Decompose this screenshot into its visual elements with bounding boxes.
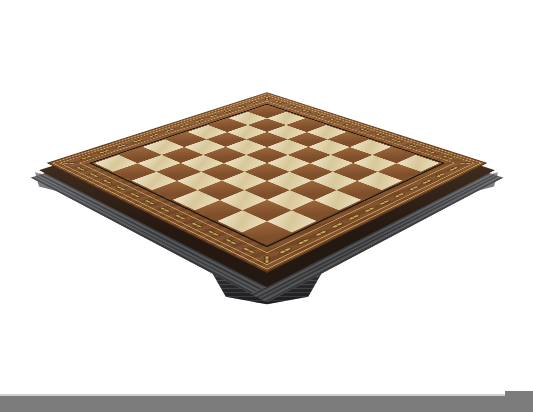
bottom-bar	[0, 396, 533, 412]
product-photo-stage	[0, 0, 533, 412]
bottom-bar-right-step	[505, 391, 533, 412]
chess-board	[46, 92, 487, 273]
board-top-surface	[46, 92, 487, 273]
